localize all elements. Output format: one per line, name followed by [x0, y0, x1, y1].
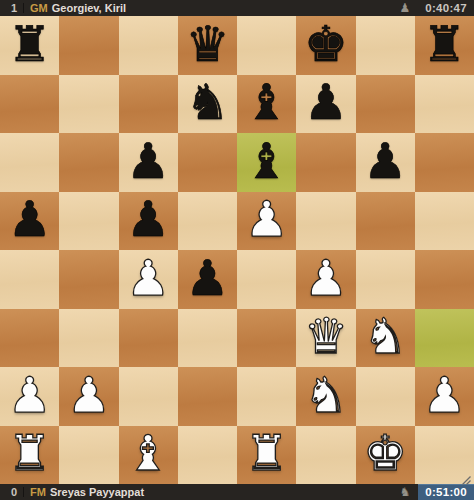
match-score-bottom: 0: [7, 486, 21, 498]
square-h5[interactable]: [415, 192, 474, 251]
piece-white-pawn[interactable]: ♟: [245, 195, 289, 244]
piece-white-knight[interactable]: ♞: [363, 312, 407, 361]
piece-black-bishop[interactable]: ♝: [245, 78, 289, 127]
square-c1[interactable]: ♝: [119, 426, 178, 485]
square-d8[interactable]: ♛: [178, 16, 237, 75]
clock-bottom: 0:51:00: [418, 484, 474, 500]
square-h2[interactable]: ♟: [415, 367, 474, 426]
clock-top: 0:40:47: [418, 0, 474, 16]
piece-black-pawn[interactable]: ♟: [185, 254, 229, 303]
square-c2[interactable]: [119, 367, 178, 426]
piece-white-queen[interactable]: ♛: [304, 312, 348, 361]
piece-white-pawn[interactable]: ♟: [422, 371, 466, 420]
square-g3[interactable]: ♞: [356, 309, 415, 368]
piece-white-rook[interactable]: ♜: [8, 429, 52, 478]
square-c8[interactable]: [119, 16, 178, 75]
square-e3[interactable]: [237, 309, 296, 368]
square-f3[interactable]: ♛: [296, 309, 355, 368]
square-e7[interactable]: ♝: [237, 75, 296, 134]
square-f1[interactable]: [296, 426, 355, 485]
piece-black-knight[interactable]: ♞: [185, 78, 229, 127]
square-a1[interactable]: ♜: [0, 426, 59, 485]
square-b2[interactable]: ♟: [59, 367, 118, 426]
piece-white-pawn[interactable]: ♟: [67, 371, 111, 420]
square-d6[interactable]: [178, 133, 237, 192]
knight-icon: ♞: [399, 484, 410, 500]
square-d4[interactable]: ♟: [178, 250, 237, 309]
resize-handle-icon[interactable]: [461, 471, 471, 481]
square-a5[interactable]: ♟: [0, 192, 59, 251]
square-b1[interactable]: [59, 426, 118, 485]
piece-black-pawn[interactable]: ♟: [8, 195, 52, 244]
square-g6[interactable]: ♟: [356, 133, 415, 192]
square-f2[interactable]: ♞: [296, 367, 355, 426]
square-c3[interactable]: [119, 309, 178, 368]
square-b4[interactable]: [59, 250, 118, 309]
piece-black-king[interactable]: ♚: [304, 20, 348, 69]
square-a6[interactable]: [0, 133, 59, 192]
square-d3[interactable]: [178, 309, 237, 368]
piece-black-pawn[interactable]: ♟: [304, 78, 348, 127]
square-g1[interactable]: ♚: [356, 426, 415, 485]
square-b7[interactable]: [59, 75, 118, 134]
chess-game-window: 1 GM Georgiev, Kiril ♟ 0:40:47 ♜♛♚♜♞♝♟♟♝…: [0, 0, 474, 500]
piece-black-pawn[interactable]: ♟: [363, 137, 407, 186]
piece-black-rook[interactable]: ♜: [8, 20, 52, 69]
square-e4[interactable]: [237, 250, 296, 309]
piece-black-pawn[interactable]: ♟: [126, 195, 170, 244]
square-h3[interactable]: [415, 309, 474, 368]
square-h8[interactable]: ♜: [415, 16, 474, 75]
square-b3[interactable]: [59, 309, 118, 368]
square-a7[interactable]: [0, 75, 59, 134]
piece-black-pawn[interactable]: ♟: [126, 137, 170, 186]
square-g2[interactable]: [356, 367, 415, 426]
match-score-top: 1: [7, 2, 21, 14]
square-e8[interactable]: [237, 16, 296, 75]
square-f5[interactable]: [296, 192, 355, 251]
square-b5[interactable]: [59, 192, 118, 251]
pawn-icon: ♟: [399, 0, 410, 16]
square-g4[interactable]: [356, 250, 415, 309]
square-d1[interactable]: [178, 426, 237, 485]
player-name-top[interactable]: Georgiev, Kiril: [52, 2, 126, 14]
square-e2[interactable]: [237, 367, 296, 426]
square-e1[interactable]: ♜: [237, 426, 296, 485]
square-a8[interactable]: ♜: [0, 16, 59, 75]
square-c7[interactable]: [119, 75, 178, 134]
square-g7[interactable]: [356, 75, 415, 134]
piece-black-queen[interactable]: ♛: [185, 20, 229, 69]
piece-black-bishop[interactable]: ♝: [245, 137, 289, 186]
square-h4[interactable]: [415, 250, 474, 309]
piece-white-pawn[interactable]: ♟: [304, 254, 348, 303]
square-c6[interactable]: ♟: [119, 133, 178, 192]
square-a2[interactable]: ♟: [0, 367, 59, 426]
square-h7[interactable]: [415, 75, 474, 134]
square-d5[interactable]: [178, 192, 237, 251]
piece-white-pawn[interactable]: ♟: [8, 371, 52, 420]
square-e5[interactable]: ♟: [237, 192, 296, 251]
square-a4[interactable]: [0, 250, 59, 309]
square-h6[interactable]: [415, 133, 474, 192]
square-g5[interactable]: [356, 192, 415, 251]
square-e6[interactable]: ♝: [237, 133, 296, 192]
chess-board[interactable]: ♜♛♚♜♞♝♟♟♝♟♟♟♟♟♟♟♛♞♟♟♞♟♜♝♜♚: [0, 16, 474, 484]
square-a3[interactable]: [0, 309, 59, 368]
piece-white-king[interactable]: ♚: [363, 429, 407, 478]
square-f4[interactable]: ♟: [296, 250, 355, 309]
square-f8[interactable]: ♚: [296, 16, 355, 75]
square-b6[interactable]: [59, 133, 118, 192]
player-name-bottom[interactable]: Sreyas Payyappat: [50, 486, 144, 498]
player-bar-bottom: 0 FM Sreyas Payyappat ♞ 0:51:00: [0, 484, 474, 500]
piece-white-pawn[interactable]: ♟: [126, 254, 170, 303]
square-c4[interactable]: ♟: [119, 250, 178, 309]
bar-separator: [23, 3, 24, 13]
piece-white-bishop[interactable]: ♝: [126, 429, 170, 478]
title-badge-top: GM: [30, 2, 48, 14]
piece-white-rook[interactable]: ♜: [245, 429, 289, 478]
square-f7[interactable]: ♟: [296, 75, 355, 134]
title-badge-bottom: FM: [30, 486, 46, 498]
square-b8[interactable]: [59, 16, 118, 75]
bar-separator: [23, 487, 24, 497]
square-d7[interactable]: ♞: [178, 75, 237, 134]
square-d2[interactable]: [178, 367, 237, 426]
square-f6[interactable]: [296, 133, 355, 192]
piece-white-knight[interactable]: ♞: [304, 371, 348, 420]
piece-black-rook[interactable]: ♜: [422, 20, 466, 69]
square-g8[interactable]: [356, 16, 415, 75]
player-bar-top: 1 GM Georgiev, Kiril ♟ 0:40:47: [0, 0, 474, 16]
square-c5[interactable]: ♟: [119, 192, 178, 251]
